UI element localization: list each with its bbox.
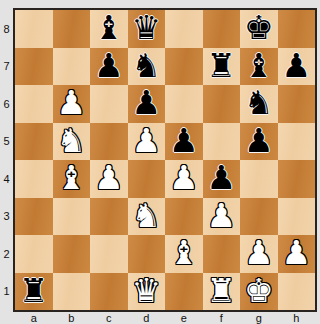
square-d1[interactable]: ♛ [128, 273, 166, 311]
square-e3[interactable] [165, 198, 203, 236]
piece-black-pawn: ♟ [281, 49, 311, 82]
square-a2[interactable] [15, 235, 53, 273]
square-h6[interactable] [278, 85, 316, 123]
square-a3[interactable] [15, 198, 53, 236]
file-label-c: c [90, 311, 128, 324]
rank-label-6: 6 [0, 85, 13, 123]
square-f2[interactable] [203, 235, 241, 273]
square-b6[interactable]: ♟ [53, 85, 91, 123]
square-c8[interactable]: ♝ [90, 10, 128, 48]
piece-white-pawn: ♟ [206, 199, 236, 232]
piece-black-king: ♚ [244, 11, 274, 44]
square-b5[interactable]: ♞ [53, 123, 91, 161]
piece-black-pawn: ♟ [244, 124, 274, 157]
square-f6[interactable] [203, 85, 241, 123]
square-h2[interactable]: ♟ [278, 235, 316, 273]
square-f7[interactable]: ♜ [203, 48, 241, 86]
square-d2[interactable] [128, 235, 166, 273]
square-b8[interactable] [53, 10, 91, 48]
square-f8[interactable] [203, 10, 241, 48]
piece-white-pawn: ♟ [131, 124, 161, 157]
square-c5[interactable] [90, 123, 128, 161]
square-g6[interactable]: ♞ [240, 85, 278, 123]
file-labels: a b c d e f g h [15, 311, 315, 324]
square-g7[interactable]: ♝ [240, 48, 278, 86]
file-label-a: a [15, 311, 53, 324]
square-c2[interactable] [90, 235, 128, 273]
piece-white-pawn: ♟ [94, 161, 124, 194]
piece-white-pawn: ♟ [56, 86, 86, 119]
square-e7[interactable] [165, 48, 203, 86]
square-e1[interactable] [165, 273, 203, 311]
square-a5[interactable] [15, 123, 53, 161]
piece-white-knight: ♞ [56, 124, 86, 157]
square-a6[interactable] [15, 85, 53, 123]
square-b2[interactable] [53, 235, 91, 273]
file-label-g: g [240, 311, 278, 324]
chess-board: ♝♛♚♟♞♜♝♟♟♟♞♞♟♟♟♝♟♟♟♞♟♝♟♟♜♛♜♚ [13, 8, 317, 312]
piece-black-bishop: ♝ [244, 49, 274, 82]
piece-black-rook: ♜ [19, 274, 49, 307]
piece-white-bishop: ♝ [169, 236, 199, 269]
rank-labels: 8 7 6 5 4 3 2 1 [0, 10, 13, 310]
square-d6[interactable]: ♟ [128, 85, 166, 123]
square-d3[interactable]: ♞ [128, 198, 166, 236]
square-g8[interactable]: ♚ [240, 10, 278, 48]
piece-white-pawn: ♟ [281, 236, 311, 269]
square-c3[interactable] [90, 198, 128, 236]
square-c6[interactable] [90, 85, 128, 123]
piece-black-pawn: ♟ [206, 161, 236, 194]
square-h1[interactable] [278, 273, 316, 311]
square-h7[interactable]: ♟ [278, 48, 316, 86]
square-c4[interactable]: ♟ [90, 160, 128, 198]
square-f1[interactable]: ♜ [203, 273, 241, 311]
rank-label-7: 7 [0, 48, 13, 86]
square-a7[interactable] [15, 48, 53, 86]
piece-black-queen: ♛ [131, 11, 161, 44]
square-d5[interactable]: ♟ [128, 123, 166, 161]
square-f5[interactable] [203, 123, 241, 161]
square-d8[interactable]: ♛ [128, 10, 166, 48]
file-label-f: f [203, 311, 241, 324]
square-d4[interactable] [128, 160, 166, 198]
piece-white-pawn: ♟ [169, 161, 199, 194]
square-c1[interactable] [90, 273, 128, 311]
square-e5[interactable]: ♟ [165, 123, 203, 161]
piece-white-queen: ♛ [131, 274, 161, 307]
square-a4[interactable] [15, 160, 53, 198]
rank-label-1: 1 [0, 273, 13, 311]
square-g5[interactable]: ♟ [240, 123, 278, 161]
chess-diagram: 8 7 6 5 4 3 2 1 ♝♛♚♟♞♜♝♟♟♟♞♞♟♟♟♝♟♟♟♞♟♝♟♟… [0, 0, 320, 324]
square-f4[interactable]: ♟ [203, 160, 241, 198]
square-g2[interactable]: ♟ [240, 235, 278, 273]
square-b4[interactable]: ♝ [53, 160, 91, 198]
square-c7[interactable]: ♟ [90, 48, 128, 86]
rank-label-2: 2 [0, 235, 13, 273]
rank-label-8: 8 [0, 10, 13, 48]
square-g3[interactable] [240, 198, 278, 236]
piece-white-pawn: ♟ [244, 236, 274, 269]
square-g4[interactable] [240, 160, 278, 198]
piece-black-knight: ♞ [244, 86, 274, 119]
square-b3[interactable] [53, 198, 91, 236]
square-b7[interactable] [53, 48, 91, 86]
square-b1[interactable] [53, 273, 91, 311]
square-a8[interactable] [15, 10, 53, 48]
piece-white-knight: ♞ [131, 199, 161, 232]
square-e4[interactable]: ♟ [165, 160, 203, 198]
square-h4[interactable] [278, 160, 316, 198]
rank-label-5: 5 [0, 123, 13, 161]
piece-black-bishop: ♝ [94, 11, 124, 44]
square-h5[interactable] [278, 123, 316, 161]
square-d7[interactable]: ♞ [128, 48, 166, 86]
piece-black-pawn: ♟ [131, 86, 161, 119]
file-label-b: b [53, 311, 91, 324]
square-e8[interactable] [165, 10, 203, 48]
piece-white-king: ♚ [244, 274, 274, 307]
square-e2[interactable]: ♝ [165, 235, 203, 273]
piece-white-bishop: ♝ [56, 161, 86, 194]
square-h3[interactable] [278, 198, 316, 236]
square-e6[interactable] [165, 85, 203, 123]
piece-black-pawn: ♟ [94, 49, 124, 82]
rank-label-3: 3 [0, 198, 13, 236]
piece-black-knight: ♞ [131, 49, 161, 82]
rank-label-4: 4 [0, 160, 13, 198]
file-label-d: d [128, 311, 166, 324]
square-h8[interactable] [278, 10, 316, 48]
piece-black-pawn: ♟ [169, 124, 199, 157]
file-label-e: e [165, 311, 203, 324]
piece-white-rook: ♜ [206, 274, 236, 307]
piece-black-rook: ♜ [206, 49, 236, 82]
square-f3[interactable]: ♟ [203, 198, 241, 236]
square-g1[interactable]: ♚ [240, 273, 278, 311]
square-a1[interactable]: ♜ [15, 273, 53, 311]
file-label-h: h [278, 311, 316, 324]
